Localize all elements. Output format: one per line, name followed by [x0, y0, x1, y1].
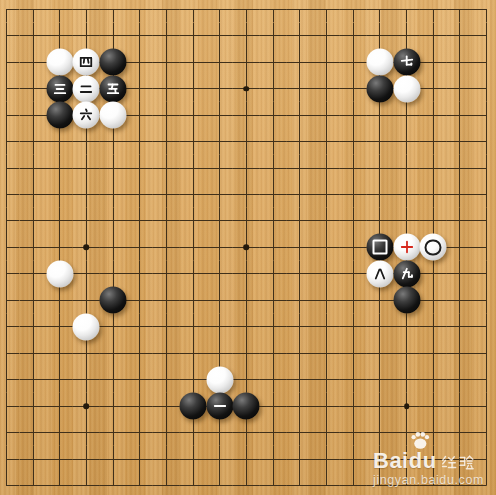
point-D12[interactable] — [73, 181, 100, 207]
point-S11[interactable] — [447, 208, 474, 234]
point-K2[interactable] — [233, 446, 260, 472]
stone-black-P10[interactable] — [366, 234, 393, 261]
point-A2[interactable] — [0, 446, 20, 472]
point-H4[interactable] — [180, 393, 207, 419]
point-Q5[interactable] — [393, 366, 420, 392]
point-G8[interactable] — [153, 287, 180, 313]
point-A3[interactable] — [0, 419, 20, 445]
point-M7[interactable] — [287, 314, 314, 340]
point-G11[interactable] — [153, 208, 180, 234]
point-N7[interactable] — [313, 314, 340, 340]
point-O14[interactable] — [340, 128, 367, 154]
point-A9[interactable] — [0, 261, 20, 287]
point-D1[interactable] — [73, 472, 100, 495]
point-K10[interactable] — [233, 234, 260, 260]
point-E10[interactable] — [100, 234, 127, 260]
stone-black-Q8[interactable] — [393, 287, 420, 314]
point-B1[interactable] — [20, 472, 47, 495]
point-E17[interactable] — [100, 49, 127, 75]
point-N9[interactable] — [313, 261, 340, 287]
point-C3[interactable] — [46, 419, 73, 445]
point-B8[interactable] — [20, 287, 47, 313]
point-O5[interactable] — [340, 366, 367, 392]
point-J8[interactable] — [206, 287, 233, 313]
point-G7[interactable] — [153, 314, 180, 340]
point-L5[interactable] — [260, 366, 287, 392]
point-R8[interactable] — [420, 287, 447, 313]
point-M2[interactable] — [287, 446, 314, 472]
point-F9[interactable] — [126, 261, 153, 287]
point-F11[interactable] — [126, 208, 153, 234]
point-E4[interactable] — [100, 393, 127, 419]
point-C10[interactable] — [46, 234, 73, 260]
point-B14[interactable] — [20, 128, 47, 154]
point-F13[interactable] — [126, 155, 153, 181]
point-Q8[interactable] — [393, 287, 420, 313]
point-O9[interactable] — [340, 261, 367, 287]
point-T7[interactable] — [473, 314, 496, 340]
point-H13[interactable] — [180, 155, 207, 181]
point-D19[interactable] — [73, 0, 100, 23]
point-N19[interactable] — [313, 0, 340, 23]
stone-white-D16[interactable] — [73, 75, 100, 102]
point-D13[interactable] — [73, 155, 100, 181]
point-R14[interactable] — [420, 128, 447, 154]
point-J9[interactable] — [206, 261, 233, 287]
point-F14[interactable] — [126, 128, 153, 154]
point-D4[interactable] — [73, 393, 100, 419]
point-G13[interactable] — [153, 155, 180, 181]
point-M8[interactable] — [287, 287, 314, 313]
point-A13[interactable] — [0, 155, 20, 181]
point-S10[interactable] — [447, 234, 474, 260]
point-J7[interactable] — [206, 314, 233, 340]
point-L12[interactable] — [260, 181, 287, 207]
point-J13[interactable] — [206, 155, 233, 181]
point-C6[interactable] — [46, 340, 73, 366]
point-O16[interactable] — [340, 75, 367, 101]
point-M15[interactable] — [287, 102, 314, 128]
point-G3[interactable] — [153, 419, 180, 445]
point-P15[interactable] — [367, 102, 394, 128]
point-T13[interactable] — [473, 155, 496, 181]
point-N17[interactable] — [313, 49, 340, 75]
point-L8[interactable] — [260, 287, 287, 313]
point-O2[interactable] — [340, 446, 367, 472]
point-P5[interactable] — [367, 366, 394, 392]
stone-white-R10[interactable] — [420, 234, 447, 261]
point-B10[interactable] — [20, 234, 47, 260]
point-N6[interactable] — [313, 340, 340, 366]
point-F18[interactable] — [126, 23, 153, 49]
point-P9[interactable] — [367, 261, 394, 287]
point-G16[interactable] — [153, 75, 180, 101]
point-J12[interactable] — [206, 181, 233, 207]
point-C12[interactable] — [46, 181, 73, 207]
point-S8[interactable] — [447, 287, 474, 313]
point-C18[interactable] — [46, 23, 73, 49]
point-F3[interactable] — [126, 419, 153, 445]
point-C4[interactable] — [46, 393, 73, 419]
point-C16[interactable] — [46, 75, 73, 101]
point-K6[interactable] — [233, 340, 260, 366]
point-Q4[interactable] — [393, 393, 420, 419]
point-L16[interactable] — [260, 75, 287, 101]
point-G1[interactable] — [153, 472, 180, 495]
point-L7[interactable] — [260, 314, 287, 340]
stone-black-Q17[interactable] — [393, 49, 420, 76]
point-M9[interactable] — [287, 261, 314, 287]
point-C2[interactable] — [46, 446, 73, 472]
point-M11[interactable] — [287, 208, 314, 234]
point-P6[interactable] — [367, 340, 394, 366]
point-T10[interactable] — [473, 234, 496, 260]
point-J4[interactable] — [206, 393, 233, 419]
point-K12[interactable] — [233, 181, 260, 207]
point-C8[interactable] — [46, 287, 73, 313]
point-F6[interactable] — [126, 340, 153, 366]
point-A10[interactable] — [0, 234, 20, 260]
point-O4[interactable] — [340, 393, 367, 419]
point-D18[interactable] — [73, 23, 100, 49]
point-L4[interactable] — [260, 393, 287, 419]
point-A4[interactable] — [0, 393, 20, 419]
point-T15[interactable] — [473, 102, 496, 128]
point-N1[interactable] — [313, 472, 340, 495]
stone-black-C16[interactable] — [46, 75, 73, 102]
point-M14[interactable] — [287, 128, 314, 154]
point-S14[interactable] — [447, 128, 474, 154]
point-T17[interactable] — [473, 49, 496, 75]
point-A6[interactable] — [0, 340, 20, 366]
point-N5[interactable] — [313, 366, 340, 392]
stone-white-Q16[interactable] — [393, 75, 420, 102]
point-B5[interactable] — [20, 366, 47, 392]
point-J1[interactable] — [206, 472, 233, 495]
point-B3[interactable] — [20, 419, 47, 445]
point-L13[interactable] — [260, 155, 287, 181]
stone-white-P17[interactable] — [366, 49, 393, 76]
point-O3[interactable] — [340, 419, 367, 445]
point-O11[interactable] — [340, 208, 367, 234]
point-N16[interactable] — [313, 75, 340, 101]
point-K5[interactable] — [233, 366, 260, 392]
point-S15[interactable] — [447, 102, 474, 128]
point-G6[interactable] — [153, 340, 180, 366]
stone-white-D7[interactable] — [73, 313, 100, 340]
stone-black-E17[interactable] — [100, 49, 127, 76]
point-S17[interactable] — [447, 49, 474, 75]
point-B16[interactable] — [20, 75, 47, 101]
point-T9[interactable] — [473, 261, 496, 287]
point-H11[interactable] — [180, 208, 207, 234]
point-J17[interactable] — [206, 49, 233, 75]
point-M19[interactable] — [287, 0, 314, 23]
point-C13[interactable] — [46, 155, 73, 181]
point-P4[interactable] — [367, 393, 394, 419]
point-D17[interactable] — [73, 49, 100, 75]
point-M1[interactable] — [287, 472, 314, 495]
point-H9[interactable] — [180, 261, 207, 287]
point-C17[interactable] — [46, 49, 73, 75]
point-K11[interactable] — [233, 208, 260, 234]
point-Q14[interactable] — [393, 128, 420, 154]
point-K19[interactable] — [233, 0, 260, 23]
point-D10[interactable] — [73, 234, 100, 260]
point-H8[interactable] — [180, 287, 207, 313]
point-A16[interactable] — [0, 75, 20, 101]
point-S18[interactable] — [447, 23, 474, 49]
point-R13[interactable] — [420, 155, 447, 181]
point-K8[interactable] — [233, 287, 260, 313]
point-E3[interactable] — [100, 419, 127, 445]
point-N11[interactable] — [313, 208, 340, 234]
point-L18[interactable] — [260, 23, 287, 49]
point-N10[interactable] — [313, 234, 340, 260]
point-N15[interactable] — [313, 102, 340, 128]
point-O18[interactable] — [340, 23, 367, 49]
point-C1[interactable] — [46, 472, 73, 495]
point-G10[interactable] — [153, 234, 180, 260]
point-P19[interactable] — [367, 0, 394, 23]
point-H19[interactable] — [180, 0, 207, 23]
point-E18[interactable] — [100, 23, 127, 49]
point-T5[interactable] — [473, 366, 496, 392]
stone-black-P16[interactable] — [366, 75, 393, 102]
point-C19[interactable] — [46, 0, 73, 23]
point-D8[interactable] — [73, 287, 100, 313]
stone-black-K4[interactable] — [233, 393, 260, 420]
point-E2[interactable] — [100, 446, 127, 472]
point-M6[interactable] — [287, 340, 314, 366]
point-S6[interactable] — [447, 340, 474, 366]
point-H2[interactable] — [180, 446, 207, 472]
point-F10[interactable] — [126, 234, 153, 260]
point-F16[interactable] — [126, 75, 153, 101]
point-O7[interactable] — [340, 314, 367, 340]
point-E12[interactable] — [100, 181, 127, 207]
point-K3[interactable] — [233, 419, 260, 445]
point-E11[interactable] — [100, 208, 127, 234]
point-M13[interactable] — [287, 155, 314, 181]
point-O19[interactable] — [340, 0, 367, 23]
point-S9[interactable] — [447, 261, 474, 287]
point-M12[interactable] — [287, 181, 314, 207]
point-S5[interactable] — [447, 366, 474, 392]
point-T11[interactable] — [473, 208, 496, 234]
point-Q11[interactable] — [393, 208, 420, 234]
point-P7[interactable] — [367, 314, 394, 340]
point-R11[interactable] — [420, 208, 447, 234]
point-R4[interactable] — [420, 393, 447, 419]
point-E19[interactable] — [100, 0, 127, 23]
point-F8[interactable] — [126, 287, 153, 313]
point-K13[interactable] — [233, 155, 260, 181]
point-H3[interactable] — [180, 419, 207, 445]
point-R10[interactable] — [420, 234, 447, 260]
point-Q18[interactable] — [393, 23, 420, 49]
point-B7[interactable] — [20, 314, 47, 340]
point-B2[interactable] — [20, 446, 47, 472]
point-B6[interactable] — [20, 340, 47, 366]
stone-white-Q10[interactable] — [393, 234, 420, 261]
point-A1[interactable] — [0, 472, 20, 495]
point-F2[interactable] — [126, 446, 153, 472]
point-N12[interactable] — [313, 181, 340, 207]
point-D16[interactable] — [73, 75, 100, 101]
point-K18[interactable] — [233, 23, 260, 49]
point-D9[interactable] — [73, 261, 100, 287]
point-T14[interactable] — [473, 128, 496, 154]
point-R12[interactable] — [420, 181, 447, 207]
point-R17[interactable] — [420, 49, 447, 75]
point-R5[interactable] — [420, 366, 447, 392]
point-L14[interactable] — [260, 128, 287, 154]
point-B4[interactable] — [20, 393, 47, 419]
point-G19[interactable] — [153, 0, 180, 23]
point-L9[interactable] — [260, 261, 287, 287]
point-N2[interactable] — [313, 446, 340, 472]
point-G9[interactable] — [153, 261, 180, 287]
point-T8[interactable] — [473, 287, 496, 313]
point-B15[interactable] — [20, 102, 47, 128]
point-H7[interactable] — [180, 314, 207, 340]
point-Q15[interactable] — [393, 102, 420, 128]
point-B18[interactable] — [20, 23, 47, 49]
point-H10[interactable] — [180, 234, 207, 260]
point-P18[interactable] — [367, 23, 394, 49]
point-K4[interactable] — [233, 393, 260, 419]
point-A19[interactable] — [0, 0, 20, 23]
point-R15[interactable] — [420, 102, 447, 128]
point-A15[interactable] — [0, 102, 20, 128]
point-F5[interactable] — [126, 366, 153, 392]
point-N18[interactable] — [313, 23, 340, 49]
stone-black-Q9[interactable] — [393, 260, 420, 287]
point-O1[interactable] — [340, 472, 367, 495]
point-T4[interactable] — [473, 393, 496, 419]
point-H14[interactable] — [180, 128, 207, 154]
point-J11[interactable] — [206, 208, 233, 234]
point-O10[interactable] — [340, 234, 367, 260]
stone-black-H4[interactable] — [180, 393, 207, 420]
point-K17[interactable] — [233, 49, 260, 75]
point-B12[interactable] — [20, 181, 47, 207]
point-E8[interactable] — [100, 287, 127, 313]
point-O12[interactable] — [340, 181, 367, 207]
stone-black-E16[interactable] — [100, 75, 127, 102]
point-E1[interactable] — [100, 472, 127, 495]
point-E15[interactable] — [100, 102, 127, 128]
point-B19[interactable] — [20, 0, 47, 23]
point-G4[interactable] — [153, 393, 180, 419]
point-C14[interactable] — [46, 128, 73, 154]
point-G17[interactable] — [153, 49, 180, 75]
point-M17[interactable] — [287, 49, 314, 75]
point-D6[interactable] — [73, 340, 100, 366]
point-J6[interactable] — [206, 340, 233, 366]
point-J16[interactable] — [206, 75, 233, 101]
point-H12[interactable] — [180, 181, 207, 207]
point-A17[interactable] — [0, 49, 20, 75]
point-S19[interactable] — [447, 0, 474, 23]
point-A8[interactable] — [0, 287, 20, 313]
point-P14[interactable] — [367, 128, 394, 154]
point-A11[interactable] — [0, 208, 20, 234]
point-R9[interactable] — [420, 261, 447, 287]
point-M18[interactable] — [287, 23, 314, 49]
point-O8[interactable] — [340, 287, 367, 313]
point-R7[interactable] — [420, 314, 447, 340]
point-D14[interactable] — [73, 128, 100, 154]
point-D7[interactable] — [73, 314, 100, 340]
point-K14[interactable] — [233, 128, 260, 154]
point-D15[interactable] — [73, 102, 100, 128]
point-L17[interactable] — [260, 49, 287, 75]
point-S13[interactable] — [447, 155, 474, 181]
point-N14[interactable] — [313, 128, 340, 154]
point-T12[interactable] — [473, 181, 496, 207]
point-L10[interactable] — [260, 234, 287, 260]
point-J3[interactable] — [206, 419, 233, 445]
point-C15[interactable] — [46, 102, 73, 128]
point-E5[interactable] — [100, 366, 127, 392]
stone-white-D15[interactable] — [73, 102, 100, 129]
point-L6[interactable] — [260, 340, 287, 366]
point-R18[interactable] — [420, 23, 447, 49]
point-B11[interactable] — [20, 208, 47, 234]
point-S16[interactable] — [447, 75, 474, 101]
point-Q19[interactable] — [393, 0, 420, 23]
point-G12[interactable] — [153, 181, 180, 207]
point-E7[interactable] — [100, 314, 127, 340]
point-L11[interactable] — [260, 208, 287, 234]
point-F19[interactable] — [126, 0, 153, 23]
point-Q16[interactable] — [393, 75, 420, 101]
point-G14[interactable] — [153, 128, 180, 154]
point-K15[interactable] — [233, 102, 260, 128]
point-Q9[interactable] — [393, 261, 420, 287]
point-Q7[interactable] — [393, 314, 420, 340]
point-F4[interactable] — [126, 393, 153, 419]
point-J15[interactable] — [206, 102, 233, 128]
point-Q12[interactable] — [393, 181, 420, 207]
point-C7[interactable] — [46, 314, 73, 340]
point-L19[interactable] — [260, 0, 287, 23]
point-P16[interactable] — [367, 75, 394, 101]
point-M10[interactable] — [287, 234, 314, 260]
point-D11[interactable] — [73, 208, 100, 234]
stone-white-P9[interactable] — [366, 260, 393, 287]
point-L3[interactable] — [260, 419, 287, 445]
point-F12[interactable] — [126, 181, 153, 207]
point-R16[interactable] — [420, 75, 447, 101]
point-R19[interactable] — [420, 0, 447, 23]
point-H17[interactable] — [180, 49, 207, 75]
point-D5[interactable] — [73, 366, 100, 392]
point-D3[interactable] — [73, 419, 100, 445]
stone-white-C9[interactable] — [46, 260, 73, 287]
point-A12[interactable] — [0, 181, 20, 207]
point-E6[interactable] — [100, 340, 127, 366]
point-G15[interactable] — [153, 102, 180, 128]
point-S7[interactable] — [447, 314, 474, 340]
point-A18[interactable] — [0, 23, 20, 49]
point-M4[interactable] — [287, 393, 314, 419]
point-F15[interactable] — [126, 102, 153, 128]
point-E16[interactable] — [100, 75, 127, 101]
point-T19[interactable] — [473, 0, 496, 23]
